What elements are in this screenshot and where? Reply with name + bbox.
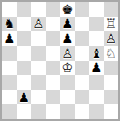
square-h8[interactable] [104,2,119,17]
piece-white-king: ♔ [61,61,73,74]
square-d1[interactable] [46,104,61,119]
square-e4[interactable]: ♔ [60,61,75,76]
square-b4[interactable] [17,61,32,76]
square-d2[interactable] [46,90,61,105]
piece-white-rook: ♖ [105,17,117,30]
square-h5[interactable]: ♘ [104,46,119,61]
square-e3[interactable] [60,75,75,90]
square-b6[interactable] [17,31,32,46]
square-c2[interactable] [31,90,46,105]
square-g5[interactable]: ♝ [89,46,104,61]
square-e5[interactable]: ♙ [60,46,75,61]
piece-black-king: ♚ [61,3,73,16]
square-g1[interactable] [89,104,104,119]
square-e8[interactable]: ♚ [60,2,75,17]
square-a4[interactable] [2,61,17,76]
square-g8[interactable] [89,2,104,17]
chess-board: ♚♞♙♟♖♟♟♙♙♝♘♔♟♟ [2,2,118,119]
square-a1[interactable] [2,104,17,119]
square-a2[interactable] [2,90,17,105]
square-c4[interactable] [31,61,46,76]
square-a7[interactable]: ♞ [2,17,17,32]
piece-white-knight: ♘ [105,47,117,60]
piece-black-pawn: ♟ [18,91,30,104]
square-g6[interactable] [89,31,104,46]
square-b7[interactable] [17,17,32,32]
square-b3[interactable] [17,75,32,90]
chess-diagram: ♚♞♙♟♖♟♟♙♙♝♘♔♟♟ [0,0,120,121]
square-d4[interactable] [46,61,61,76]
square-f3[interactable] [75,75,90,90]
piece-white-pawn: ♙ [61,47,73,60]
piece-black-pawn: ♟ [3,32,15,45]
square-d6[interactable] [46,31,61,46]
piece-white-pawn: ♙ [32,17,44,30]
square-f7[interactable] [75,17,90,32]
square-d8[interactable] [46,2,61,17]
square-c5[interactable] [31,46,46,61]
square-b2[interactable]: ♟ [17,90,32,105]
square-g2[interactable] [89,90,104,105]
square-h3[interactable] [104,75,119,90]
square-c6[interactable] [31,31,46,46]
square-h2[interactable] [104,90,119,105]
square-e2[interactable] [60,90,75,105]
square-c7[interactable]: ♙ [31,17,46,32]
square-e1[interactable] [60,104,75,119]
square-a5[interactable] [2,46,17,61]
square-c1[interactable] [31,104,46,119]
square-f4[interactable] [75,61,90,76]
square-f5[interactable] [75,46,90,61]
square-g4[interactable]: ♟ [89,61,104,76]
square-h4[interactable] [104,61,119,76]
square-b5[interactable] [17,46,32,61]
square-d7[interactable] [46,17,61,32]
square-e7[interactable]: ♟ [60,17,75,32]
square-a3[interactable] [2,75,17,90]
square-c8[interactable] [31,2,46,17]
piece-black-pawn: ♟ [61,17,73,30]
square-g7[interactable] [89,17,104,32]
piece-black-pawn: ♟ [90,61,102,74]
square-f8[interactable] [75,2,90,17]
square-f1[interactable] [75,104,90,119]
square-g3[interactable] [89,75,104,90]
square-h7[interactable]: ♖ [104,17,119,32]
square-b8[interactable] [17,2,32,17]
square-f2[interactable] [75,90,90,105]
square-h1[interactable] [104,104,119,119]
square-a6[interactable]: ♟ [2,31,17,46]
square-b1[interactable] [17,104,32,119]
square-h6[interactable]: ♙ [104,31,119,46]
piece-white-pawn: ♙ [105,32,117,45]
piece-black-bishop: ♝ [90,47,102,60]
piece-black-pawn: ♟ [61,32,73,45]
square-d3[interactable] [46,75,61,90]
square-c3[interactable] [31,75,46,90]
square-a8[interactable] [2,2,17,17]
square-f6[interactable] [75,31,90,46]
square-d5[interactable] [46,46,61,61]
piece-black-knight: ♞ [3,17,15,30]
square-e6[interactable]: ♟ [60,31,75,46]
